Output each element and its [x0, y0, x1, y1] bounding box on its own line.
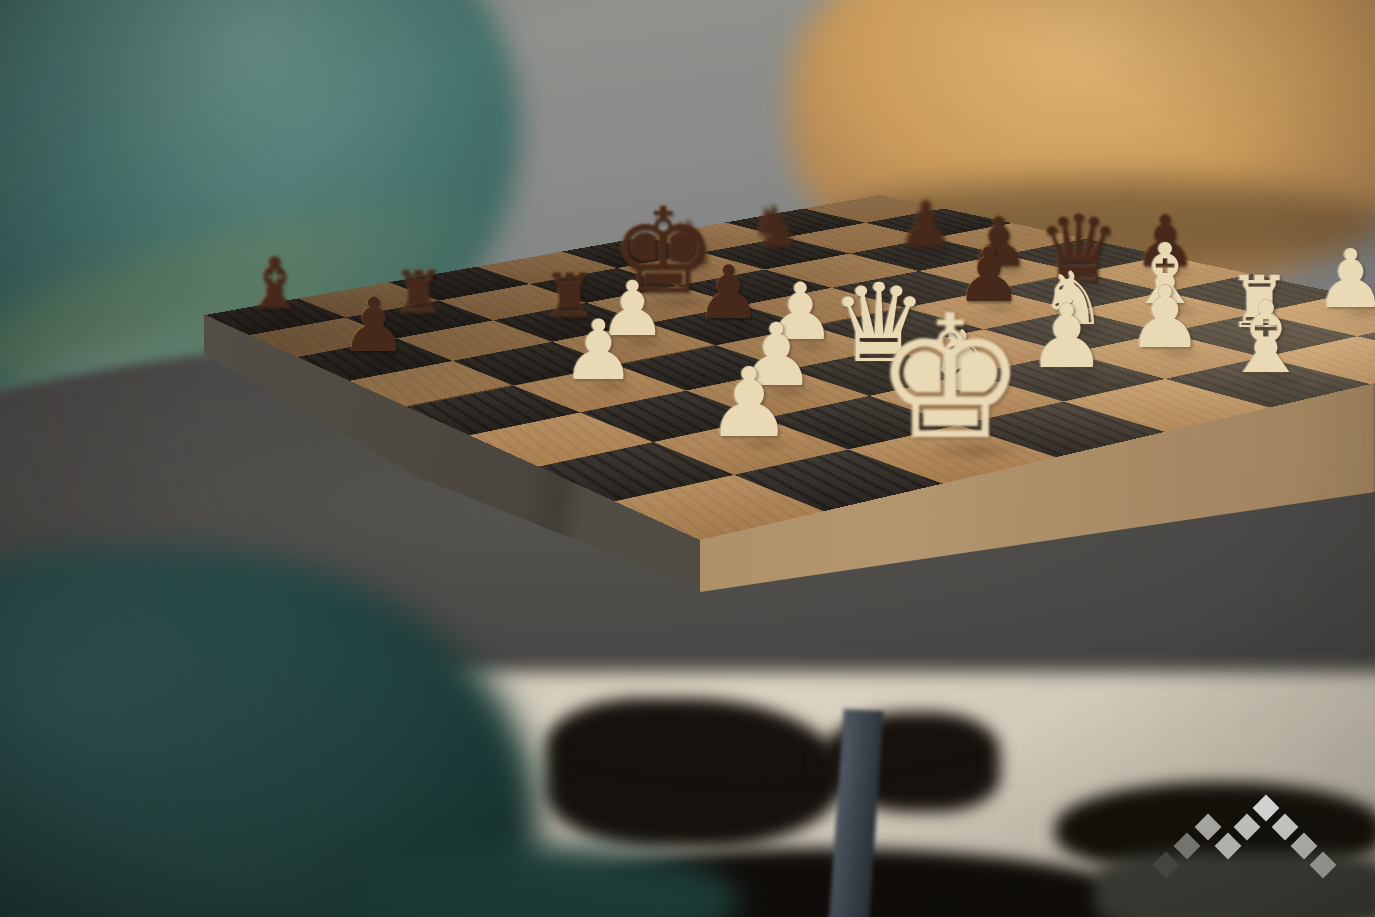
watermark-diamond: [1272, 814, 1299, 841]
watermark-diamond: [1291, 833, 1318, 860]
watermark-logo: [0, 0, 1375, 917]
watermark-diamond: [1174, 833, 1201, 860]
watermark-diamond: [1234, 814, 1261, 841]
watermark-diamond: [1310, 852, 1337, 879]
watermark-diamond: [1253, 795, 1280, 822]
watermark-diamond: [1215, 833, 1242, 860]
chess-photo-scene: ♝♜♞♞♟♜♚♟♟♟♟♛♟♟♟♟♟♛♞♝♟♞♟♟♜♟♝♚: [0, 0, 1375, 917]
watermark-diamond: [1195, 814, 1222, 841]
watermark-diamond: [1153, 852, 1180, 879]
